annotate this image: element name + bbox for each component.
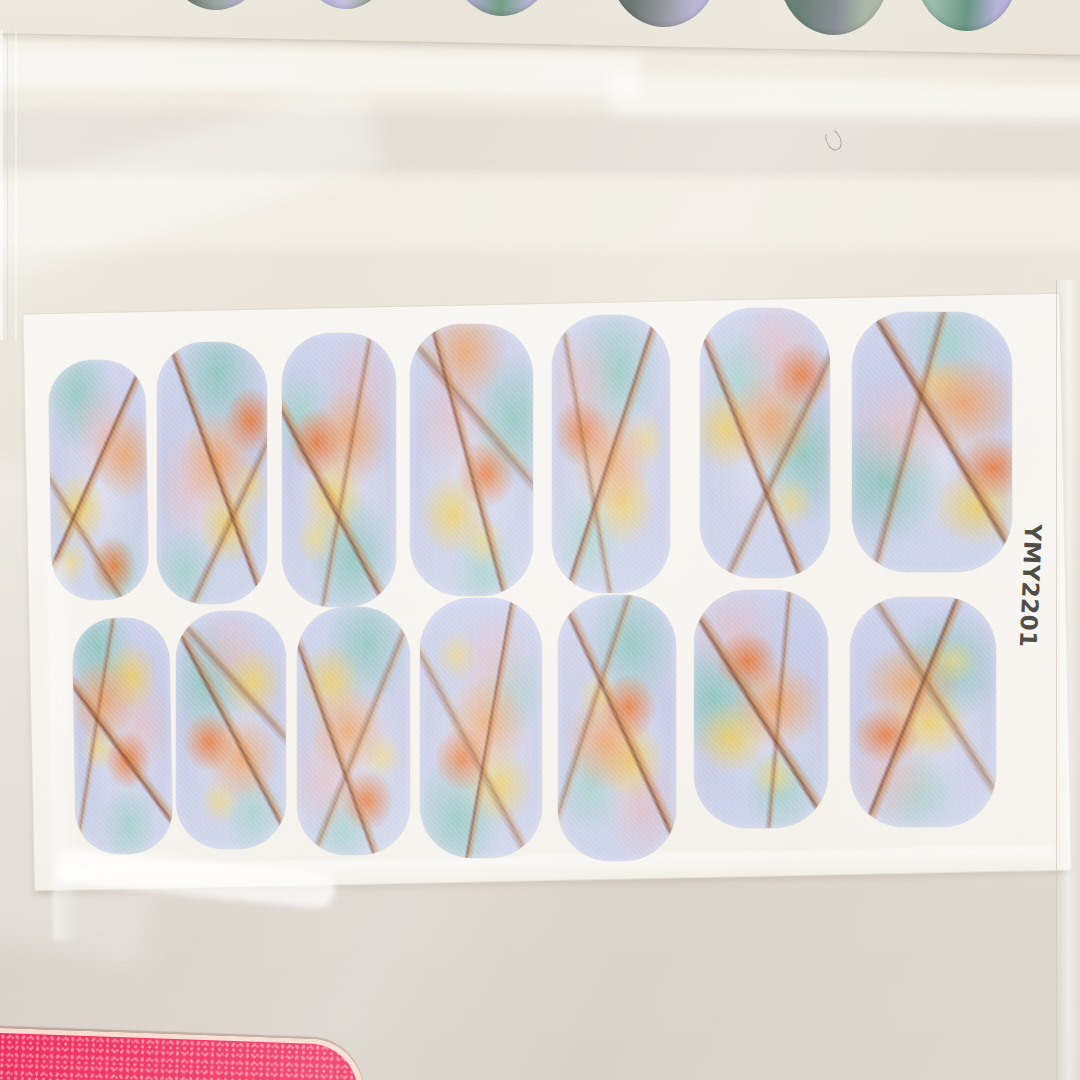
plastic-fold-lines (0, 30, 36, 340)
plastic-seam (1056, 280, 1080, 1080)
nail-sticker-package-photo: YMY2201 (0, 0, 1080, 1080)
plastic-shadow-band (0, 109, 1080, 179)
nail-sticker (420, 598, 542, 858)
nail-sticker (176, 611, 286, 849)
plastic-glare (610, 76, 1080, 125)
nail-sticker (558, 595, 676, 861)
plastic-glare (0, 178, 1080, 250)
nail-sticker (852, 312, 1012, 572)
nail-sticker (282, 333, 396, 607)
stray-hair-mark (822, 127, 845, 153)
nail-sticker (850, 597, 996, 827)
adjacent-sticker-sheet (0, 0, 1080, 57)
product-code-label: YMY2201 (1016, 523, 1047, 628)
plastic-glare (0, 82, 384, 287)
plastic-glare (0, 45, 640, 96)
nail-sticker (552, 315, 670, 593)
nail-sticker (694, 590, 828, 828)
nail-sticker (157, 342, 267, 604)
nail-file (0, 1027, 365, 1080)
nail-sticker (297, 607, 410, 855)
nail-sticker (700, 308, 830, 578)
nail-sticker (410, 324, 533, 596)
nail-sticker (72, 617, 173, 855)
